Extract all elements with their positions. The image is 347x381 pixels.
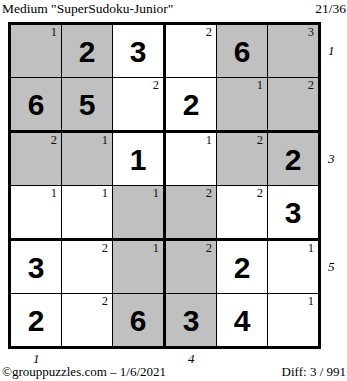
corner-clue: 2 [102, 242, 108, 256]
cell-r3c4[interactable]: 1 [166, 133, 217, 186]
corner-clue: 1 [308, 295, 314, 309]
corner-clue: 1 [51, 26, 57, 40]
cell-value: 2 [285, 145, 302, 175]
cell-r4c1[interactable]: 1 [11, 186, 62, 241]
cell-r4c6[interactable]: 3 [268, 186, 318, 241]
cell-value: 3 [28, 253, 45, 283]
cell-r4c4[interactable]: 2 [166, 186, 217, 241]
cell-value: 6 [28, 90, 45, 120]
row-label-3: 3 [328, 152, 335, 165]
corner-clue: 2 [206, 26, 212, 40]
cell-r5c2[interactable]: 2 [62, 241, 113, 294]
cell-value: 2 [28, 306, 45, 336]
cell-value: 6 [130, 306, 147, 336]
cell-r1c2[interactable]: 2 [62, 25, 113, 78]
corner-clue: 1 [102, 187, 108, 201]
puzzle-page: Medium "SuperSudoku-Junior" 21/36 123263… [0, 0, 347, 381]
corner-clue: 2 [51, 134, 57, 148]
cell-r1c1[interactable]: 1 [11, 25, 62, 78]
cell-r6c3[interactable]: 6 [113, 294, 166, 346]
cell-r2c2[interactable]: 5 [62, 78, 113, 133]
cell-r5c4[interactable]: 2 [166, 241, 217, 294]
cell-r3c5[interactable]: 2 [217, 133, 268, 186]
cell-r2c6[interactable]: 2 [268, 78, 318, 133]
cell-r3c2[interactable]: 1 [62, 133, 113, 186]
cell-r3c1[interactable]: 2 [11, 133, 62, 186]
cell-r1c5[interactable]: 6 [217, 25, 268, 78]
cell-value: 6 [234, 37, 251, 67]
corner-clue: 1 [206, 134, 212, 148]
cell-r6c5[interactable]: 4 [217, 294, 268, 346]
cell-r4c5[interactable]: 2 [217, 186, 268, 241]
cell-r4c3[interactable]: 1 [113, 186, 166, 241]
cell-r4c2[interactable]: 1 [62, 186, 113, 241]
row-label-1: 1 [328, 44, 335, 57]
corner-clue: 1 [51, 187, 57, 201]
cell-r2c3[interactable]: 2 [113, 78, 166, 133]
cell-r1c3[interactable]: 3 [113, 25, 166, 78]
cell-value: 5 [79, 90, 96, 120]
difficulty-text: Diff: 3 / 991 [282, 364, 346, 380]
corner-clue: 2 [257, 187, 263, 201]
cell-value: 2 [79, 37, 96, 67]
cell-r5c5[interactable]: 2 [217, 241, 268, 294]
corner-clue: 1 [308, 242, 314, 256]
titlebar: Medium "SuperSudoku-Junior" 21/36 [2, 1, 346, 17]
cell-r2c5[interactable]: 1 [217, 78, 268, 133]
corner-clue: 2 [206, 242, 212, 256]
cell-value: 2 [234, 253, 251, 283]
progress-counter: 21/36 [315, 1, 346, 17]
cell-r5c1[interactable]: 3 [11, 241, 62, 294]
cell-r5c6[interactable]: 1 [268, 241, 318, 294]
cell-r5c3[interactable]: 1 [113, 241, 166, 294]
cell-r1c6[interactable]: 3 [268, 25, 318, 78]
corner-clue: 1 [153, 242, 159, 256]
cell-value: 3 [285, 198, 302, 228]
cell-r3c3[interactable]: 1 [113, 133, 166, 186]
cell-r6c6[interactable]: 1 [268, 294, 318, 346]
corner-clue: 1 [102, 134, 108, 148]
cell-value: 2 [183, 90, 200, 120]
copyright-text: ©grouppuzzles.com – 1/6/2021 [2, 364, 166, 380]
cell-r6c4[interactable]: 3 [166, 294, 217, 346]
corner-clue: 2 [153, 79, 159, 93]
corner-clue: 3 [308, 26, 314, 40]
cell-value: 3 [183, 306, 200, 336]
cell-r2c1[interactable]: 6 [11, 78, 62, 133]
page-title: Medium "SuperSudoku-Junior" [2, 1, 173, 17]
cell-r3c6[interactable]: 2 [268, 133, 318, 186]
col-label-4: 4 [188, 352, 195, 365]
cell-r1c4[interactable]: 2 [166, 25, 217, 78]
footer: ©grouppuzzles.com – 1/6/2021 Diff: 3 / 9… [2, 364, 346, 380]
col-label-1: 1 [33, 352, 40, 365]
cell-r6c1[interactable]: 2 [11, 294, 62, 346]
corner-clue: 1 [153, 187, 159, 201]
row-label-5: 5 [328, 260, 335, 273]
cell-value: 3 [130, 37, 147, 67]
board-grid: 123263652212211122111223321221226341 [8, 22, 321, 349]
cell-r2c4[interactable]: 2 [166, 78, 217, 133]
cell-value: 1 [130, 145, 147, 175]
corner-clue: 1 [257, 79, 263, 93]
corner-clue: 2 [102, 295, 108, 309]
corner-clue: 2 [257, 134, 263, 148]
cell-value: 4 [234, 306, 251, 336]
cell-r6c2[interactable]: 2 [62, 294, 113, 346]
corner-clue: 2 [206, 187, 212, 201]
corner-clue: 2 [308, 79, 314, 93]
